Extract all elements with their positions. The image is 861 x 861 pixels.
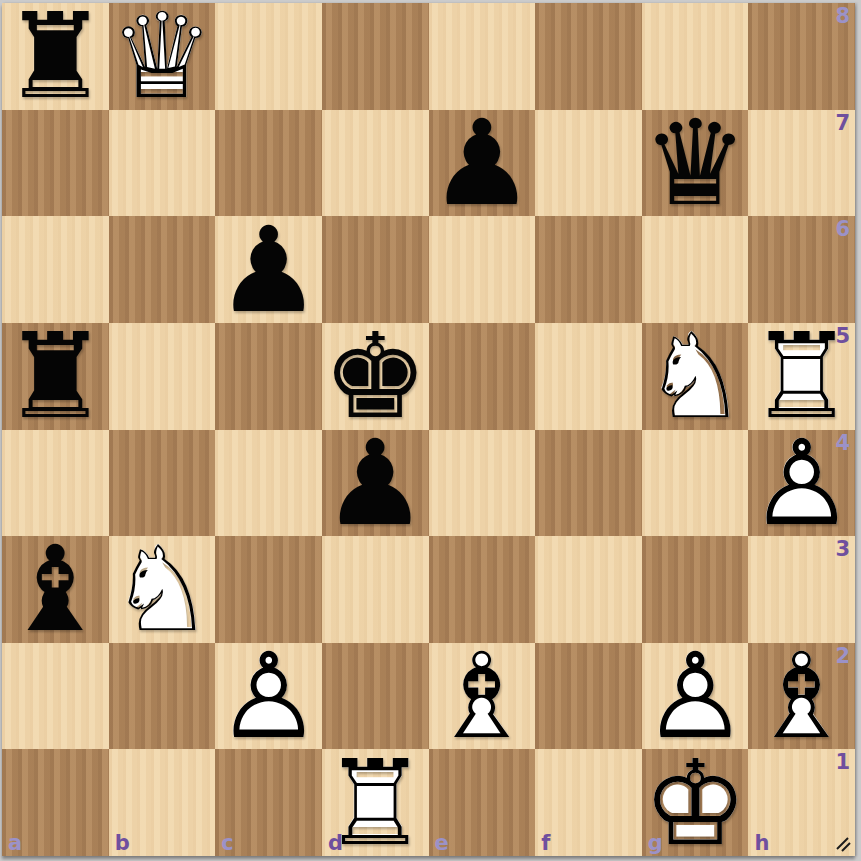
white-queen-outline-glyph: ♕ [109, 3, 216, 110]
piece-white-king[interactable]: ♚♔ [642, 749, 749, 856]
square-g1[interactable]: ♚♔g [642, 749, 749, 856]
square-b6[interactable] [109, 216, 216, 323]
square-c8[interactable] [215, 3, 322, 110]
square-b3[interactable]: ♞♘ [109, 536, 216, 643]
black-rook-glyph: ♜ [2, 3, 109, 110]
square-b8[interactable]: ♛♕ [109, 3, 216, 110]
rank-label-6: 6 [835, 217, 850, 241]
square-d3[interactable] [322, 536, 429, 643]
white-bishop-outline-glyph: ♗ [429, 643, 536, 750]
piece-white-bishop[interactable]: ♝♗ [429, 643, 536, 750]
rank-label-7: 7 [835, 111, 850, 135]
square-h7[interactable]: 7 [748, 110, 855, 217]
square-h2[interactable]: ♝♗2 [748, 643, 855, 750]
piece-black-pawn[interactable]: ♟ [215, 216, 322, 323]
square-g7[interactable]: ♛ [642, 110, 749, 217]
square-e2[interactable]: ♝♗ [429, 643, 536, 750]
piece-black-rook[interactable]: ♜ [2, 3, 109, 110]
black-rook-glyph: ♜ [2, 323, 109, 430]
black-pawn-glyph: ♟ [215, 216, 322, 323]
square-a8[interactable]: ♜ [2, 3, 109, 110]
square-a7[interactable] [2, 110, 109, 217]
square-f6[interactable] [535, 216, 642, 323]
square-a3[interactable]: ♝ [2, 536, 109, 643]
square-f2[interactable] [535, 643, 642, 750]
file-label-h: h [754, 831, 769, 855]
square-c6[interactable]: ♟ [215, 216, 322, 323]
piece-white-knight[interactable]: ♞♘ [642, 323, 749, 430]
square-f1[interactable]: f [535, 749, 642, 856]
square-c4[interactable] [215, 430, 322, 537]
rank-label-3: 3 [835, 537, 850, 561]
black-pawn-glyph: ♟ [429, 110, 536, 217]
piece-black-rook[interactable]: ♜ [2, 323, 109, 430]
piece-white-bishop[interactable]: ♝♗ [748, 643, 855, 750]
square-b1[interactable]: b [109, 749, 216, 856]
square-a5[interactable]: ♜ [2, 323, 109, 430]
square-d8[interactable] [322, 3, 429, 110]
piece-white-pawn[interactable]: ♟♙ [748, 430, 855, 537]
piece-black-queen[interactable]: ♛ [642, 110, 749, 217]
square-a1[interactable]: a [2, 749, 109, 856]
rank-label-8: 8 [835, 4, 850, 28]
square-b5[interactable] [109, 323, 216, 430]
file-label-a: a [8, 831, 22, 855]
square-e7[interactable]: ♟ [429, 110, 536, 217]
square-b7[interactable] [109, 110, 216, 217]
square-e1[interactable]: e [429, 749, 536, 856]
piece-white-pawn[interactable]: ♟♙ [215, 643, 322, 750]
black-pawn-glyph: ♟ [322, 430, 429, 537]
piece-black-pawn[interactable]: ♟ [429, 110, 536, 217]
black-queen-glyph: ♛ [642, 110, 749, 217]
piece-black-bishop[interactable]: ♝ [2, 536, 109, 643]
board-frame: ♜♛♕8♟♛7♟6♜♚♞♘♜♖5♟♟♙4♝♞♘3♟♙♝♗♟♙♝♗2abc♜♖de… [0, 0, 861, 861]
square-h8[interactable]: 8 [748, 3, 855, 110]
square-c1[interactable]: c [215, 749, 322, 856]
square-d1[interactable]: ♜♖d [322, 749, 429, 856]
square-c5[interactable] [215, 323, 322, 430]
file-label-c: c [221, 831, 233, 855]
square-g4[interactable] [642, 430, 749, 537]
square-b2[interactable] [109, 643, 216, 750]
square-d4[interactable]: ♟ [322, 430, 429, 537]
piece-white-rook[interactable]: ♜♖ [322, 749, 429, 856]
file-label-e: e [435, 831, 449, 855]
square-f5[interactable] [535, 323, 642, 430]
rank-label-1: 1 [835, 750, 850, 774]
square-h4[interactable]: ♟♙4 [748, 430, 855, 537]
white-pawn-outline-glyph: ♙ [215, 643, 322, 750]
square-c2[interactable]: ♟♙ [215, 643, 322, 750]
white-knight-outline-glyph: ♘ [642, 323, 749, 430]
square-d7[interactable] [322, 110, 429, 217]
black-bishop-glyph: ♝ [2, 536, 109, 643]
piece-white-knight[interactable]: ♞♘ [109, 536, 216, 643]
white-pawn-outline-glyph: ♙ [748, 430, 855, 537]
chess-board: ♜♛♕8♟♛7♟6♜♚♞♘♜♖5♟♟♙4♝♞♘3♟♙♝♗♟♙♝♗2abc♜♖de… [2, 3, 855, 856]
white-knight-outline-glyph: ♘ [109, 536, 216, 643]
white-rook-outline-glyph: ♖ [322, 749, 429, 856]
square-e6[interactable] [429, 216, 536, 323]
piece-black-pawn[interactable]: ♟ [322, 430, 429, 537]
square-e4[interactable] [429, 430, 536, 537]
square-h1[interactable]: 1h [748, 749, 855, 856]
square-a2[interactable] [2, 643, 109, 750]
square-f4[interactable] [535, 430, 642, 537]
white-bishop-outline-glyph: ♗ [748, 643, 855, 750]
file-label-f: f [541, 831, 550, 855]
square-f7[interactable] [535, 110, 642, 217]
square-g5[interactable]: ♞♘ [642, 323, 749, 430]
square-f3[interactable] [535, 536, 642, 643]
file-label-b: b [115, 831, 130, 855]
white-king-outline-glyph: ♔ [642, 749, 749, 856]
square-f8[interactable] [535, 3, 642, 110]
square-e5[interactable] [429, 323, 536, 430]
piece-white-queen[interactable]: ♛♕ [109, 3, 216, 110]
board-resize-handle-icon[interactable] [834, 835, 852, 853]
